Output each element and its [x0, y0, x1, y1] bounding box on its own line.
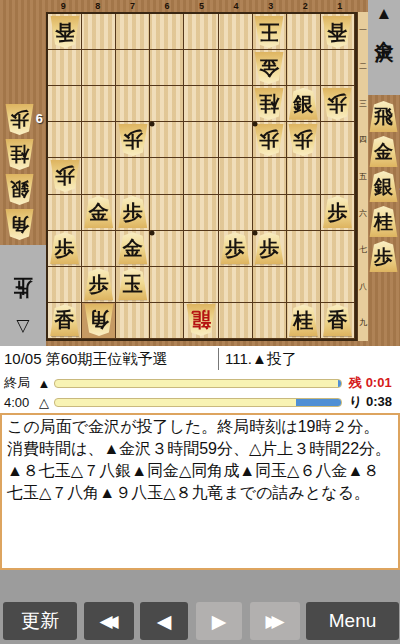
square-8四[interactable] — [82, 122, 116, 158]
star-dot — [149, 121, 154, 126]
rewind-button[interactable]: ◀◀ — [84, 602, 134, 640]
square-1七[interactable] — [321, 231, 355, 267]
square-3四[interactable]: 歩 — [253, 122, 287, 158]
square-9三[interactable] — [48, 86, 82, 122]
shogi-app: 987654321 香王香金桂銀歩歩歩歩歩金歩歩歩金歩歩歩玉香角龍桂香 一二三四… — [0, 0, 400, 644]
gote-player-name: 片上 — [10, 309, 36, 315]
rank-label: 九 — [358, 305, 368, 342]
sente-tray: 飛金銀2桂歩 — [369, 101, 399, 272]
square-9五[interactable]: 歩 — [48, 158, 82, 194]
file-label: 9 — [46, 0, 81, 12]
square-4五[interactable] — [219, 158, 253, 194]
square-1九[interactable]: 香 — [321, 303, 355, 339]
board-piece[interactable]: 龍 — [186, 304, 216, 336]
square-6三[interactable] — [150, 86, 184, 122]
square-1八[interactable] — [321, 267, 355, 303]
board-piece[interactable]: 王 — [254, 16, 284, 48]
square-2一[interactable] — [287, 14, 321, 50]
menu-button[interactable]: Menu — [306, 602, 399, 640]
rank-label: 七 — [358, 231, 368, 268]
rank-label: 一 — [358, 12, 368, 49]
hand-koma: 角 — [5, 209, 34, 240]
square-5三[interactable] — [184, 86, 218, 122]
square-8三[interactable] — [82, 86, 116, 122]
square-6一[interactable] — [150, 14, 184, 50]
clock-bar-remaining — [296, 399, 341, 406]
board-piece[interactable]: 歩 — [50, 160, 80, 192]
board-area: 987654321 香王香金桂銀歩歩歩歩歩金歩歩歩金歩歩歩玉香角龍桂香 一二三四… — [0, 0, 400, 346]
hand-piece[interactable]: 金 — [369, 136, 399, 167]
rewind-icon: ◀◀ — [99, 611, 111, 632]
square-5四[interactable] — [184, 122, 218, 158]
star-dot — [253, 121, 258, 126]
square-8六[interactable]: 金 — [82, 195, 116, 231]
board-piece[interactable]: 金 — [118, 232, 148, 264]
square-3一[interactable]: 王 — [253, 14, 287, 50]
hand-piece[interactable]: 銀2 — [369, 171, 399, 202]
clock-bar-remaining — [338, 380, 341, 387]
rank-label: 四 — [358, 122, 368, 159]
square-4八[interactable] — [219, 267, 253, 303]
square-3九[interactable] — [253, 303, 287, 339]
gote-clock-label: 4:00 — [0, 395, 34, 410]
gote-clock-piece-icon: △ — [34, 395, 54, 410]
sente-clock-piece-icon: ▲ — [34, 376, 54, 391]
forward-icon: ▶ — [212, 610, 227, 633]
square-1六[interactable]: 歩 — [321, 195, 355, 231]
file-label: 8 — [81, 0, 116, 12]
square-2五[interactable] — [287, 158, 321, 194]
square-6六[interactable] — [150, 195, 184, 231]
square-7四[interactable]: 歩 — [116, 122, 150, 158]
hand-piece[interactable]: 飛 — [369, 101, 399, 132]
rank-label: 三 — [358, 85, 368, 122]
file-labels: 987654321 — [46, 0, 357, 12]
square-5八[interactable] — [184, 267, 218, 303]
square-8九[interactable]: 角 — [82, 303, 116, 339]
board-piece[interactable]: 角 — [84, 304, 114, 336]
board-piece[interactable]: 金 — [84, 196, 114, 228]
square-4九[interactable] — [219, 303, 253, 339]
square-2二[interactable] — [287, 50, 321, 86]
hand-koma: 銀 — [369, 171, 398, 202]
board-piece[interactable]: 歩 — [50, 232, 80, 264]
square-2六[interactable] — [287, 195, 321, 231]
square-6四[interactable] — [150, 122, 184, 158]
square-4四[interactable] — [219, 122, 253, 158]
square-3二[interactable]: 金 — [253, 50, 287, 86]
game-info-bar: 10/05 第60期王位戦予選 111.▲投了 — [0, 346, 400, 372]
file-label: 3 — [253, 0, 288, 12]
square-8八[interactable]: 歩 — [82, 267, 116, 303]
hand-koma: 金 — [369, 136, 398, 167]
star-dot — [149, 231, 154, 236]
file-label: 4 — [219, 0, 254, 12]
board-grid: 香王香金桂銀歩歩歩歩歩金歩歩歩金歩歩歩玉香角龍桂香 — [46, 12, 357, 341]
square-1五[interactable] — [321, 158, 355, 194]
sente-time-remaining: 残 0:01 — [342, 374, 400, 392]
square-8五[interactable] — [82, 158, 116, 194]
gote-clock-row: 4:00 △ り 0:38 — [0, 394, 400, 410]
board-piece[interactable]: 歩 — [254, 124, 284, 156]
hand-koma: 銀 — [5, 174, 34, 205]
commentary-text[interactable]: この局面で金沢が投了した。終局時刻は19時２分。消費時間は、▲金沢３時間59分、… — [0, 413, 400, 570]
square-8二[interactable] — [82, 50, 116, 86]
board-piece[interactable]: 歩 — [322, 88, 352, 120]
fast-forward-button[interactable]: ▶▶ — [250, 602, 300, 640]
file-label: 6 — [150, 0, 185, 12]
board-piece[interactable]: 香 — [50, 304, 80, 336]
square-3七[interactable]: 歩 — [253, 231, 287, 267]
square-8七[interactable] — [82, 231, 116, 267]
square-9一[interactable]: 香 — [48, 14, 82, 50]
square-4一[interactable] — [219, 14, 253, 50]
board-piece[interactable]: 歩 — [84, 268, 114, 300]
board-piece[interactable]: 香 — [322, 16, 352, 48]
board-piece[interactable]: 金 — [254, 52, 284, 84]
current-move: 111.▲投了 — [219, 350, 297, 369]
square-7三[interactable] — [116, 86, 150, 122]
board-piece[interactable]: 歩 — [118, 196, 148, 228]
hand-koma: 歩 — [5, 104, 34, 135]
event-title: 10/05 第60期王位戦予選 — [0, 350, 218, 369]
board-piece[interactable]: 歩 — [254, 232, 284, 264]
sente-clock-label: 終局 — [0, 374, 34, 392]
square-2四[interactable]: 歩 — [287, 122, 321, 158]
sente-player-box: ▲ 金沢 — [368, 0, 400, 95]
rank-label: 六 — [358, 195, 368, 232]
hand-koma: 歩 — [369, 241, 398, 272]
square-4七[interactable]: 歩 — [219, 231, 253, 267]
square-9四[interactable] — [48, 122, 82, 158]
hand-piece[interactable]: 銀 — [5, 174, 35, 205]
gote-time-remaining: り 0:38 — [342, 393, 400, 411]
hand-piece[interactable]: 桂 — [5, 139, 35, 170]
square-7五[interactable] — [116, 158, 150, 194]
square-9七[interactable]: 歩 — [48, 231, 82, 267]
forward-button[interactable]: ▶ — [196, 602, 242, 640]
file-label: 1 — [323, 0, 358, 12]
rank-label: 二 — [358, 49, 368, 86]
square-9八[interactable] — [48, 267, 82, 303]
control-bar: 更新 ◀◀ ◀ ▶ ▶▶ Menu — [0, 570, 400, 644]
board-piece[interactable]: 玉 — [118, 268, 148, 300]
hand-koma: 桂 — [369, 206, 398, 237]
square-2九[interactable]: 桂 — [287, 303, 321, 339]
gote-time-bar — [54, 398, 342, 407]
hand-koma: 桂 — [5, 139, 34, 170]
hand-piece[interactable]: 桂 — [369, 206, 399, 237]
board-piece[interactable]: 桂 — [288, 304, 318, 336]
back-button[interactable]: ◀ — [140, 602, 188, 640]
square-7六[interactable]: 歩 — [116, 195, 150, 231]
square-7二[interactable] — [116, 50, 150, 86]
hand-piece[interactable]: 歩 — [369, 241, 399, 272]
file-label: 7 — [115, 0, 150, 12]
square-4三[interactable] — [219, 86, 253, 122]
sente-clock-row: 終局 ▲ 残 0:01 — [0, 375, 400, 391]
square-7七[interactable]: 金 — [116, 231, 150, 267]
board-piece[interactable]: 歩 — [118, 124, 148, 156]
sente-time-bar — [54, 379, 342, 388]
square-4二[interactable] — [219, 50, 253, 86]
square-6二[interactable] — [150, 50, 184, 86]
square-9九[interactable]: 香 — [48, 303, 82, 339]
sente-player-name: 金沢 — [371, 26, 397, 32]
square-6八[interactable] — [150, 267, 184, 303]
hand-koma: 飛 — [369, 101, 398, 132]
hand-piece[interactable]: 角 — [5, 209, 35, 240]
square-5六[interactable] — [184, 195, 218, 231]
back-icon: ◀ — [157, 610, 172, 633]
square-7八[interactable]: 玉 — [116, 267, 150, 303]
square-3三[interactable]: 桂 — [253, 86, 287, 122]
rank-labels: 一二三四五六七八九 — [357, 12, 368, 341]
file-label: 2 — [288, 0, 323, 12]
star-dot — [253, 231, 258, 236]
square-8一[interactable] — [82, 14, 116, 50]
rank-label: 五 — [358, 158, 368, 195]
update-button[interactable]: 更新 — [3, 602, 77, 640]
fast-forward-icon: ▶▶ — [265, 611, 277, 632]
square-9二[interactable] — [48, 50, 82, 86]
board-piece[interactable]: 歩 — [322, 196, 352, 228]
square-3六[interactable] — [253, 195, 287, 231]
board-piece[interactable]: 桂 — [254, 88, 284, 120]
square-3八[interactable] — [253, 267, 287, 303]
square-1四[interactable] — [321, 122, 355, 158]
board-piece[interactable]: 香 — [50, 16, 80, 48]
clock-panel: 終局 ▲ 残 0:01 4:00 △ り 0:38 — [0, 372, 400, 413]
hand-count: 6 — [36, 111, 43, 126]
square-2八[interactable] — [287, 267, 321, 303]
square-5七[interactable] — [184, 231, 218, 267]
board-piece[interactable]: 銀 — [288, 88, 318, 120]
square-5五[interactable] — [184, 158, 218, 194]
hand-piece[interactable]: 歩6 — [5, 104, 35, 135]
square-2七[interactable] — [287, 231, 321, 267]
gote-player-box: △ 片上 — [0, 245, 46, 346]
gote-tray: 歩6桂銀角 — [5, 104, 45, 240]
square-4六[interactable] — [219, 195, 253, 231]
square-3五[interactable] — [253, 158, 287, 194]
square-1三[interactable]: 歩 — [321, 86, 355, 122]
square-7九[interactable] — [116, 303, 150, 339]
square-2三[interactable]: 銀 — [287, 86, 321, 122]
square-1二[interactable] — [321, 50, 355, 86]
board-piece[interactable]: 歩 — [288, 124, 318, 156]
square-6五[interactable] — [150, 158, 184, 194]
square-9六[interactable] — [48, 195, 82, 231]
square-6九[interactable] — [150, 303, 184, 339]
gote-piece-icon: △ — [16, 317, 29, 336]
rank-label: 八 — [358, 268, 368, 305]
board-piece[interactable]: 歩 — [220, 232, 250, 264]
square-6七[interactable] — [150, 231, 184, 267]
square-5二[interactable] — [184, 50, 218, 86]
sente-piece-icon: ▲ — [376, 5, 393, 24]
file-label: 5 — [184, 0, 219, 12]
square-1一[interactable]: 香 — [321, 14, 355, 50]
board-piece[interactable]: 香 — [322, 304, 352, 336]
square-5九[interactable]: 龍 — [184, 303, 218, 339]
square-7一[interactable] — [116, 14, 150, 50]
square-5一[interactable] — [184, 14, 218, 50]
